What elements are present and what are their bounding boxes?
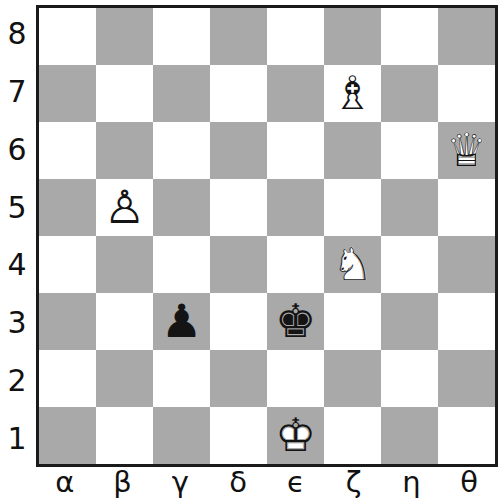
white-pawn-icon: ♟ <box>96 179 153 236</box>
white-king-icon: ♚ <box>267 407 324 464</box>
rank-label-3: 3 <box>0 294 34 352</box>
rank-label-6: 6 <box>0 121 34 179</box>
board-square-θ2[interactable] <box>438 350 495 407</box>
white-pawn-icon: ♙ <box>96 179 153 236</box>
black-pawn-icon: ♟ <box>153 293 210 350</box>
board-square-ϵ5[interactable] <box>267 179 324 236</box>
board-square-α1[interactable] <box>39 407 96 464</box>
board-square-γ8[interactable] <box>153 8 210 65</box>
black-king-icon: ♚ <box>267 293 324 350</box>
board-square-δ2[interactable] <box>210 350 267 407</box>
board-square-γ5[interactable] <box>153 179 210 236</box>
rank-label-1: 1 <box>0 409 34 467</box>
board-square-γ4[interactable] <box>153 236 210 293</box>
board-square-η1[interactable] <box>381 407 438 464</box>
file-label-δ: δ <box>209 466 267 498</box>
board-square-α5[interactable] <box>39 179 96 236</box>
board-square-θ4[interactable] <box>438 236 495 293</box>
board-square-ϵ2[interactable] <box>267 350 324 407</box>
white-bishop-icon: ♗ <box>324 65 381 122</box>
rank-label-5: 5 <box>0 178 34 236</box>
board-square-δ1[interactable] <box>210 407 267 464</box>
board-square-ϵ4[interactable] <box>267 236 324 293</box>
file-label-η: η <box>383 466 441 498</box>
board-square-η6[interactable] <box>381 122 438 179</box>
board-square-ζ7[interactable]: ♝♗ <box>324 65 381 122</box>
board-square-δ3[interactable] <box>210 293 267 350</box>
file-label-ζ: ζ <box>325 466 383 498</box>
board-square-δ4[interactable] <box>210 236 267 293</box>
board-square-γ1[interactable] <box>153 407 210 464</box>
board-square-β3[interactable] <box>96 293 153 350</box>
board-square-β6[interactable] <box>96 122 153 179</box>
board-square-α3[interactable] <box>39 293 96 350</box>
board-square-θ5[interactable] <box>438 179 495 236</box>
board-square-ϵ6[interactable] <box>267 122 324 179</box>
board-square-θ8[interactable] <box>438 8 495 65</box>
board-square-ζ6[interactable] <box>324 122 381 179</box>
board-square-ϵ7[interactable] <box>267 65 324 122</box>
board-square-γ7[interactable] <box>153 65 210 122</box>
board-square-ζ5[interactable] <box>324 179 381 236</box>
board-square-α6[interactable] <box>39 122 96 179</box>
board-square-δ6[interactable] <box>210 122 267 179</box>
board-square-β8[interactable] <box>96 8 153 65</box>
board-square-ϵ8[interactable] <box>267 8 324 65</box>
file-labels: αβγδϵζηθ <box>36 466 498 498</box>
board-square-ζ4[interactable]: ♞♘ <box>324 236 381 293</box>
board-square-θ6[interactable]: ♛♕ <box>438 122 495 179</box>
board-square-ζ8[interactable] <box>324 8 381 65</box>
white-knight-icon: ♘ <box>324 236 381 293</box>
board-square-γ3[interactable]: ♟ <box>153 293 210 350</box>
board-square-β1[interactable] <box>96 407 153 464</box>
board-square-η4[interactable] <box>381 236 438 293</box>
board-square-δ8[interactable] <box>210 8 267 65</box>
board-square-ζ3[interactable] <box>324 293 381 350</box>
board-square-θ7[interactable] <box>438 65 495 122</box>
board-square-α7[interactable] <box>39 65 96 122</box>
white-bishop-icon: ♝ <box>324 65 381 122</box>
white-queen-icon: ♛ <box>438 122 495 179</box>
board-square-ζ2[interactable] <box>324 350 381 407</box>
board-square-η5[interactable] <box>381 179 438 236</box>
board-frame: ♝♗♛♕♟♙♞♘♟♚♚♔ <box>36 5 498 467</box>
white-king-icon: ♔ <box>267 407 324 464</box>
chess-board: ♝♗♛♕♟♙♞♘♟♚♚♔ <box>39 8 495 464</box>
board-square-η3[interactable] <box>381 293 438 350</box>
board-square-η2[interactable] <box>381 350 438 407</box>
file-label-β: β <box>94 466 152 498</box>
file-label-γ: γ <box>152 466 210 498</box>
rank-label-2: 2 <box>0 352 34 410</box>
board-square-α2[interactable] <box>39 350 96 407</box>
file-label-ϵ: ϵ <box>267 466 325 498</box>
rank-labels: 87654321 <box>0 5 34 467</box>
rank-label-8: 8 <box>0 5 34 63</box>
board-square-δ7[interactable] <box>210 65 267 122</box>
white-knight-icon: ♞ <box>324 236 381 293</box>
board-square-η7[interactable] <box>381 65 438 122</box>
board-square-η8[interactable] <box>381 8 438 65</box>
board-square-β4[interactable] <box>96 236 153 293</box>
chess-diagram: 87654321 ♝♗♛♕♟♙♞♘♟♚♚♔ αβγδϵζηθ <box>0 0 500 500</box>
white-queen-icon: ♕ <box>438 122 495 179</box>
board-square-γ2[interactable] <box>153 350 210 407</box>
board-square-θ1[interactable] <box>438 407 495 464</box>
board-square-ζ1[interactable] <box>324 407 381 464</box>
board-square-θ3[interactable] <box>438 293 495 350</box>
board-square-β7[interactable] <box>96 65 153 122</box>
board-square-α8[interactable] <box>39 8 96 65</box>
board-square-β5[interactable]: ♟♙ <box>96 179 153 236</box>
board-square-γ6[interactable] <box>153 122 210 179</box>
file-label-α: α <box>36 466 94 498</box>
board-square-α4[interactable] <box>39 236 96 293</box>
board-square-β2[interactable] <box>96 350 153 407</box>
board-square-δ5[interactable] <box>210 179 267 236</box>
board-square-ϵ1[interactable]: ♚♔ <box>267 407 324 464</box>
rank-label-4: 4 <box>0 236 34 294</box>
board-square-ϵ3[interactable]: ♚ <box>267 293 324 350</box>
rank-label-7: 7 <box>0 63 34 121</box>
file-label-θ: θ <box>440 466 498 498</box>
